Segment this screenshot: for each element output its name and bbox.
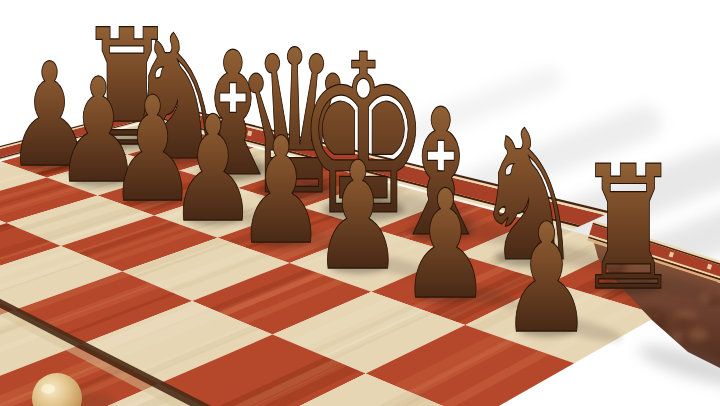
burl-mottle — [689, 328, 709, 341]
piece-glyph-pawn: ♟ — [400, 158, 491, 332]
white-pawn-highlight — [41, 384, 55, 394]
piece-glyph-pawn: ♟ — [312, 130, 403, 303]
chess-board: ♜♞♟♝♟♛♟♚♟♝♟♞♟♜♟♟ — [0, 0, 720, 406]
piece-glyph-pawn: ♟ — [500, 191, 592, 366]
chess-photo-scene: ♜♞♟♝♟♛♟♚♟♝♟♞♟♜♟♟ — [0, 0, 720, 406]
